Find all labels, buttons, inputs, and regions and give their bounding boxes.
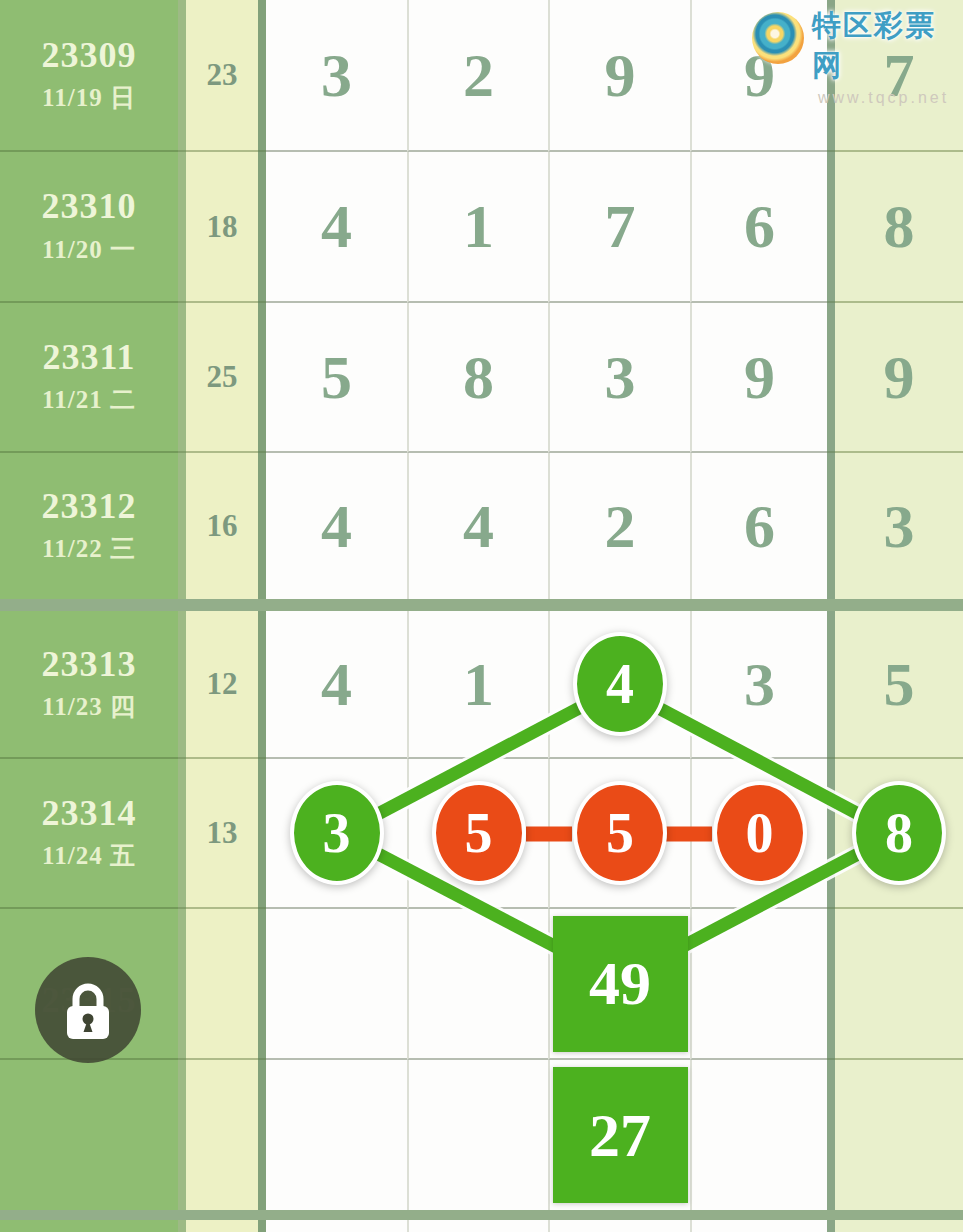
issue-date: 11/21 二: [42, 383, 136, 416]
digit-cell-pos4: 6: [690, 453, 827, 599]
digit-cell-pos2: 1: [407, 611, 548, 759]
issue-date: 11/22 三: [42, 532, 136, 565]
issue-cell: 2331411/24 五: [0, 759, 178, 909]
lock-overlay[interactable]: [35, 957, 141, 1063]
digit-cell-pos4: 3: [690, 611, 827, 759]
issue-cell: [0, 1060, 178, 1210]
lock-icon: [59, 978, 117, 1042]
column-divider: [178, 909, 186, 1060]
digit-cell-pos3: 9: [548, 0, 690, 152]
column-divider: [178, 152, 186, 303]
digit-cell-pos1: [266, 1060, 407, 1210]
column-divider: [178, 759, 186, 909]
digit-cell-pos3: 4: [548, 611, 690, 759]
column-divider: [258, 759, 266, 909]
digit-cell-pos2: [407, 909, 548, 1060]
chart-row: 2331549: [0, 909, 963, 1060]
issue-date: 11/20 一: [42, 233, 136, 266]
column-divider: [827, 909, 835, 1060]
digit-cell-pos2: 2: [407, 0, 548, 152]
column-divider: [178, 1060, 186, 1210]
digit-cell-pos3: 49: [548, 909, 690, 1060]
column-divider: [827, 1060, 835, 1210]
sum-cell: 12: [186, 611, 258, 759]
orange-circle-mark: 5: [573, 781, 667, 885]
digit-cell-pos2: 8: [407, 303, 548, 453]
digit-cell-pos1: 4: [266, 611, 407, 759]
sum-cell: 23: [186, 0, 258, 152]
green-circle-mark: 8: [852, 781, 946, 885]
issue-number: 23309: [42, 36, 137, 76]
site-url: www.tqcp.net: [818, 89, 963, 107]
digit-cell-pos3: 3: [548, 303, 690, 453]
lottery-trend-chart: 2330911/19 日23329972331011/20 一184176823…: [0, 0, 963, 1232]
chart-row-partial: [0, 1220, 963, 1232]
prediction-box: 27: [553, 1067, 688, 1203]
issue-number: 23310: [42, 187, 137, 227]
digit-cell: [690, 1220, 827, 1232]
column-divider: [827, 152, 835, 303]
sum-cell: [186, 909, 258, 1060]
sum-cell: [186, 1060, 258, 1210]
digit-cell-pos2: 5: [407, 759, 548, 909]
chart-rows: 2330911/19 日23329972331011/20 一184176823…: [0, 0, 963, 1232]
column-divider: [258, 152, 266, 303]
chart-row: 2331311/23 四1241435: [0, 611, 963, 759]
column-divider: [258, 0, 266, 152]
digit-cell-pos3: 27: [548, 1060, 690, 1210]
sum-cell: [186, 1220, 258, 1232]
column-divider: [827, 1220, 835, 1232]
digit-cell-pos3: 7: [548, 152, 690, 303]
digit-cell-pos4: 0: [690, 759, 827, 909]
orange-circle-mark: 5: [432, 781, 526, 885]
issue-number: 23312: [42, 487, 137, 527]
sum-cell: 18: [186, 152, 258, 303]
column-divider: [258, 1220, 266, 1232]
digit-cell: [266, 1220, 407, 1232]
chart-row: 2331211/22 三1644263: [0, 453, 963, 599]
digit-cell-pos5: [835, 1060, 963, 1210]
green-circle-mark: 3: [290, 781, 384, 885]
digit-cell-pos2: [407, 1060, 548, 1210]
column-divider: [258, 303, 266, 453]
column-divider: [827, 453, 835, 599]
digit-cell-pos1: [266, 909, 407, 1060]
digit-cell-pos1: 5: [266, 303, 407, 453]
digit-cell-pos2: 4: [407, 453, 548, 599]
digit-cell-pos2: 1: [407, 152, 548, 303]
digit-cell: [548, 1220, 690, 1232]
issue-cell: 2331211/22 三: [0, 453, 178, 599]
digit-cell-pos5: 3: [835, 453, 963, 599]
issue-cell: 2331311/23 四: [0, 611, 178, 759]
issue-cell: [0, 1220, 178, 1232]
site-title: 特区彩票网: [812, 6, 963, 86]
column-divider: [178, 0, 186, 152]
issue-cell: 2331111/21 二: [0, 303, 178, 453]
chart-row: 2331111/21 二2558399: [0, 303, 963, 453]
digit-cell-pos3: 5: [548, 759, 690, 909]
digit-cell-pos5: 5: [835, 611, 963, 759]
issue-number: 23313: [42, 645, 137, 685]
digit-cell-pos1: 3: [266, 0, 407, 152]
column-divider: [178, 611, 186, 759]
column-divider: [178, 453, 186, 599]
column-divider: [258, 611, 266, 759]
chart-row: 2331011/20 一1841768: [0, 152, 963, 303]
sum-cell: 13: [186, 759, 258, 909]
column-divider: [178, 303, 186, 453]
issue-date: 11/19 日: [42, 81, 136, 114]
digit-cell-pos5: 9: [835, 303, 963, 453]
chart-row: 27: [0, 1060, 963, 1210]
chart-row: 2331411/24 五1335508: [0, 759, 963, 909]
digit-cell: [407, 1220, 548, 1232]
issue-cell: 2330911/19 日: [0, 0, 178, 152]
digit-cell-pos4: 9: [690, 303, 827, 453]
prediction-box: 49: [553, 916, 688, 1052]
issue-date: 11/24 五: [42, 839, 136, 872]
digit-cell-pos5: [835, 909, 963, 1060]
issue-number: 23311: [42, 338, 135, 378]
logo-swirl-icon: [752, 12, 804, 64]
column-divider: [258, 909, 266, 1060]
column-divider: [827, 303, 835, 453]
column-divider: [258, 453, 266, 599]
digit-cell-pos1: 4: [266, 453, 407, 599]
column-divider: [827, 611, 835, 759]
block-separator: [0, 1210, 963, 1220]
orange-circle-mark: 0: [713, 781, 807, 885]
digit-cell-pos4: 6: [690, 152, 827, 303]
digit-cell-pos3: 2: [548, 453, 690, 599]
sum-cell: 16: [186, 453, 258, 599]
column-divider: [258, 1060, 266, 1210]
digit-cell-pos5: 8: [835, 759, 963, 909]
issue-number: 23314: [42, 794, 137, 834]
column-divider: [827, 759, 835, 909]
block-separator: [0, 599, 963, 611]
issue-cell: 2331011/20 一: [0, 152, 178, 303]
digit-cell-pos5: [835, 1220, 963, 1232]
digit-cell-pos4: [690, 909, 827, 1060]
sum-cell: 25: [186, 303, 258, 453]
column-divider: [178, 1220, 186, 1232]
digit-cell-pos4: [690, 1060, 827, 1210]
issue-date: 11/23 四: [42, 690, 136, 723]
green-circle-mark: 4: [573, 632, 667, 736]
digit-cell-pos1: 4: [266, 152, 407, 303]
site-logo[interactable]: 特区彩票网 www.tqcp.net: [752, 6, 963, 107]
digit-cell-pos1: 3: [266, 759, 407, 909]
digit-cell-pos5: 8: [835, 152, 963, 303]
